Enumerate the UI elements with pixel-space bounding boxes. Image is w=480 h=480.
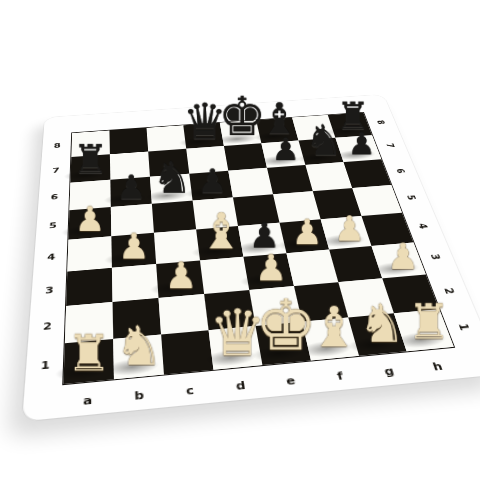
rank-label-left-1: 1 [33,345,57,388]
piece-white-pawn-b4: ♟ [118,229,150,263]
square-a3 [66,268,112,306]
file-label-b: b [113,388,165,404]
file-label-c: c [164,383,216,399]
piece-black-knight-g7: ♞ [305,121,343,161]
file-label-h: h [412,359,464,374]
rank-label-right-6: 6 [379,164,422,178]
square-b1: ♞ [113,335,164,380]
piece-white-queen-d1: ♛ [209,302,267,363]
file-label-d: d [215,378,267,394]
square-b6: ♟ [110,177,152,207]
square-b8 [109,128,148,154]
rank-label-left-2: 2 [36,307,59,347]
piece-white-pawn-c3: ♟ [165,257,198,292]
square-c6: ♞ [150,174,193,204]
square-a1: ♜ [63,339,113,384]
square-g4: ♟ [321,216,372,250]
file-label-a: a [61,392,113,409]
square-a7: ♜ [70,154,110,182]
file-label-g: g [363,364,415,380]
piece-black-pawn-f7: ♟ [272,134,300,164]
rank-label-left-3: 3 [38,272,60,308]
square-b4: ♟ [111,233,156,268]
scene: ♛♚♝♜♜♟♞♟♟♞♟♟♟♝♟♟♟♟♟♟♜♞♛♚♝♞♜ abcdefgh1234… [0,0,480,480]
piece-white-rook-a1: ♜ [66,330,111,377]
piece-white-knight-b1: ♞ [114,321,163,373]
rank-label-left-7: 7 [46,157,64,184]
square-a4 [67,236,112,271]
rank-label-left-8: 8 [48,133,66,158]
chess-board-photo: ♛♚♝♜♜♟♞♟♟♞♟♟♟♝♟♟♟♟♟♟♜♞♛♚♝♞♜ abcdefgh1234… [0,0,480,480]
board-grid: ♛♚♝♜♜♟♞♟♟♞♟♟♟♝♟♟♟♟♟♟♜♞♛♚♝♞♜ [62,112,455,385]
piece-white-bishop-d4: ♝ [199,208,244,255]
rank-label-left-6: 6 [45,183,64,212]
piece-white-pawn-f4: ♟ [291,215,322,248]
piece-white-pawn-h3: ♟ [387,239,419,273]
square-d6: ♟ [189,171,233,201]
square-e6 [228,168,273,198]
rank-label-left-5: 5 [43,211,63,242]
square-h3: ♟ [371,242,425,278]
rank-label-right-7: 7 [370,139,411,152]
piece-black-queen-d8: ♛ [183,98,227,145]
piece-white-pawn-e3: ♟ [255,250,288,285]
vinyl-chess-mat: ♛♚♝♜♜♟♞♟♟♞♟♟♟♝♟♟♟♟♟♟♜♞♛♚♝♞♜ abcdefgh1234… [22,94,480,421]
square-c5 [152,201,196,233]
square-f3 [286,250,338,287]
square-f4: ♟ [280,219,330,253]
square-a5: ♟ [68,207,111,240]
square-f7: ♟ [261,140,305,167]
piece-white-pawn-a5: ♟ [75,202,106,235]
square-g7: ♞ [299,138,344,165]
square-c3: ♟ [156,260,204,298]
file-label-e: e [265,373,317,389]
piece-white-rook-h1: ♜ [407,299,450,345]
piece-black-pawn-d6: ♟ [198,165,227,196]
square-d1: ♛ [209,326,263,370]
piece-black-rook-a7: ♜ [73,141,108,179]
rank-label-right-8: 8 [361,116,401,128]
piece-white-knight-g1: ♞ [358,299,406,349]
piece-black-pawn-b6: ♟ [116,171,146,202]
rank-label-left-4: 4 [41,240,62,274]
piece-white-pawn-g4: ♟ [334,212,365,245]
square-c2 [159,294,209,335]
file-label-f: f [314,368,366,384]
square-d8: ♛ [183,123,224,149]
rank-label-right-5: 5 [389,190,434,205]
piece-black-knight-c6: ♞ [152,157,192,199]
square-d4: ♝ [196,226,243,260]
